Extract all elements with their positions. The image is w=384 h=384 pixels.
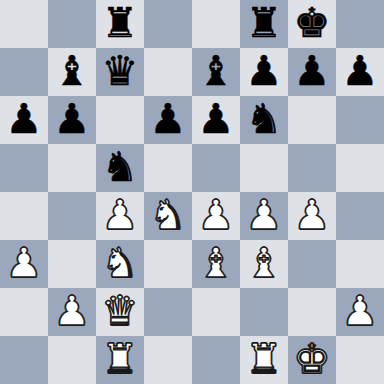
square-c1[interactable]: ♜ (96, 336, 144, 384)
black-king-g8[interactable]: ♚ (294, 0, 331, 47)
black-queen-c7[interactable]: ♛ (102, 48, 139, 95)
square-e8[interactable] (192, 0, 240, 48)
white-king-g1[interactable]: ♚ (294, 336, 331, 383)
square-d3[interactable] (144, 240, 192, 288)
square-c3[interactable]: ♞ (96, 240, 144, 288)
square-c4[interactable]: ♟ (96, 192, 144, 240)
black-bishop-b7[interactable]: ♝ (54, 48, 91, 95)
square-a2[interactable] (0, 288, 48, 336)
square-e1[interactable] (192, 336, 240, 384)
white-bishop-f3[interactable]: ♝ (246, 240, 283, 287)
black-pawn-f7[interactable]: ♟ (246, 48, 283, 95)
square-d8[interactable] (144, 0, 192, 48)
square-a1[interactable] (0, 336, 48, 384)
white-pawn-g4[interactable]: ♟ (294, 192, 331, 239)
square-a5[interactable] (0, 144, 48, 192)
black-pawn-h7[interactable]: ♟ (342, 48, 379, 95)
square-f8[interactable]: ♜ (240, 0, 288, 48)
square-g3[interactable] (288, 240, 336, 288)
square-d1[interactable] (144, 336, 192, 384)
square-e4[interactable]: ♟ (192, 192, 240, 240)
square-h8[interactable] (336, 0, 384, 48)
white-rook-c1[interactable]: ♜ (102, 336, 139, 383)
white-pawn-a3[interactable]: ♟ (6, 240, 43, 287)
square-g8[interactable]: ♚ (288, 0, 336, 48)
black-pawn-g7[interactable]: ♟ (294, 48, 331, 95)
square-a7[interactable] (0, 48, 48, 96)
square-g5[interactable] (288, 144, 336, 192)
square-b2[interactable]: ♟ (48, 288, 96, 336)
black-knight-f6[interactable]: ♞ (246, 96, 283, 143)
square-e3[interactable]: ♝ (192, 240, 240, 288)
square-a4[interactable] (0, 192, 48, 240)
square-c8[interactable]: ♜ (96, 0, 144, 48)
square-c7[interactable]: ♛ (96, 48, 144, 96)
square-f7[interactable]: ♟ (240, 48, 288, 96)
square-b1[interactable] (48, 336, 96, 384)
white-pawn-h2[interactable]: ♟ (342, 288, 379, 335)
black-pawn-e6[interactable]: ♟ (198, 96, 235, 143)
square-h4[interactable] (336, 192, 384, 240)
black-pawn-a6[interactable]: ♟ (6, 96, 43, 143)
square-e2[interactable] (192, 288, 240, 336)
chess-board: ♜♜♚♝♛♝♟♟♟♟♟♟♟♞♞♟♞♟♟♟♟♞♝♝♟♛♟♜♜♚ (0, 0, 384, 384)
square-e7[interactable]: ♝ (192, 48, 240, 96)
square-h6[interactable] (336, 96, 384, 144)
square-b7[interactable]: ♝ (48, 48, 96, 96)
square-a3[interactable]: ♟ (0, 240, 48, 288)
square-d4[interactable]: ♞ (144, 192, 192, 240)
square-b8[interactable] (48, 0, 96, 48)
white-queen-c2[interactable]: ♛ (102, 288, 139, 335)
square-g1[interactable]: ♚ (288, 336, 336, 384)
square-g6[interactable] (288, 96, 336, 144)
chess-board-container: ♜♜♚♝♛♝♟♟♟♟♟♟♟♞♞♟♞♟♟♟♟♞♝♝♟♛♟♜♜♚ (0, 0, 384, 384)
square-b3[interactable] (48, 240, 96, 288)
black-rook-f8[interactable]: ♜ (246, 0, 283, 47)
white-rook-f1[interactable]: ♜ (246, 336, 283, 383)
square-f6[interactable]: ♞ (240, 96, 288, 144)
black-knight-c5[interactable]: ♞ (102, 144, 139, 191)
white-pawn-e4[interactable]: ♟ (198, 192, 235, 239)
white-knight-d4[interactable]: ♞ (150, 192, 187, 239)
square-b4[interactable] (48, 192, 96, 240)
square-e5[interactable] (192, 144, 240, 192)
square-d2[interactable] (144, 288, 192, 336)
white-pawn-b2[interactable]: ♟ (54, 288, 91, 335)
black-pawn-d6[interactable]: ♟ (150, 96, 187, 143)
square-h1[interactable] (336, 336, 384, 384)
square-g7[interactable]: ♟ (288, 48, 336, 96)
square-c6[interactable] (96, 96, 144, 144)
square-b6[interactable]: ♟ (48, 96, 96, 144)
square-h7[interactable]: ♟ (336, 48, 384, 96)
square-a6[interactable]: ♟ (0, 96, 48, 144)
square-f1[interactable]: ♜ (240, 336, 288, 384)
square-d5[interactable] (144, 144, 192, 192)
square-d6[interactable]: ♟ (144, 96, 192, 144)
square-g2[interactable] (288, 288, 336, 336)
square-c5[interactable]: ♞ (96, 144, 144, 192)
white-pawn-f4[interactable]: ♟ (246, 192, 283, 239)
square-f3[interactable]: ♝ (240, 240, 288, 288)
square-b5[interactable] (48, 144, 96, 192)
white-bishop-e3[interactable]: ♝ (198, 240, 235, 287)
white-pawn-c4[interactable]: ♟ (102, 192, 139, 239)
square-f2[interactable] (240, 288, 288, 336)
square-g4[interactable]: ♟ (288, 192, 336, 240)
black-rook-c8[interactable]: ♜ (102, 0, 139, 47)
square-d7[interactable] (144, 48, 192, 96)
square-c2[interactable]: ♛ (96, 288, 144, 336)
square-a8[interactable] (0, 0, 48, 48)
white-knight-c3[interactable]: ♞ (102, 240, 139, 287)
square-f4[interactable]: ♟ (240, 192, 288, 240)
square-h2[interactable]: ♟ (336, 288, 384, 336)
square-h3[interactable] (336, 240, 384, 288)
square-h5[interactable] (336, 144, 384, 192)
square-e6[interactable]: ♟ (192, 96, 240, 144)
square-f5[interactable] (240, 144, 288, 192)
black-bishop-e7[interactable]: ♝ (198, 48, 235, 95)
black-pawn-b6[interactable]: ♟ (54, 96, 91, 143)
